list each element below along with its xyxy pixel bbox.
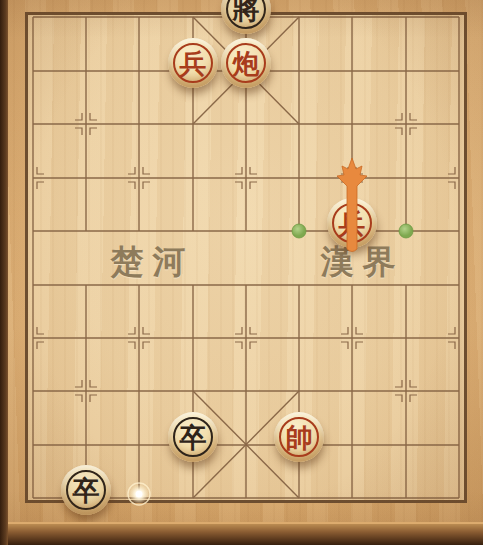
piece-glyph: 卒 [61, 465, 111, 515]
board-left-edge [0, 0, 8, 545]
piece-black-general[interactable]: 將 [221, 0, 271, 34]
xiangqi-board[interactable]: 楚河 漢界 將兵炮兵卒帥卒 [0, 0, 483, 545]
piece-red-general[interactable]: 帥 [274, 412, 324, 462]
piece-black-soldier[interactable]: 卒 [168, 412, 218, 462]
piece-red-soldier[interactable]: 兵 [168, 38, 218, 88]
piece-red-soldier[interactable]: 兵 [327, 198, 377, 248]
piece-glyph: 兵 [168, 38, 218, 88]
piece-glyph: 兵 [327, 198, 377, 248]
piece-red-cannon[interactable]: 炮 [221, 38, 271, 88]
move-target-dot[interactable] [399, 224, 413, 238]
move-target-dot[interactable] [292, 224, 306, 238]
piece-glyph: 帥 [274, 412, 324, 462]
piece-glyph: 炮 [221, 38, 271, 88]
river-label-left: 楚河 [102, 240, 195, 285]
piece-glyph: 將 [221, 0, 271, 34]
piece-black-soldier[interactable]: 卒 [61, 465, 111, 515]
piece-glyph: 卒 [168, 412, 218, 462]
board-bottom-edge [0, 522, 483, 545]
